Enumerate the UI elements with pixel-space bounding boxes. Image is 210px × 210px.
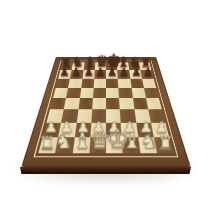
piece-black-pawn-g7[interactable]: ♟ <box>128 70 141 78</box>
white-rook-icon: ♜ <box>156 134 173 152</box>
white-bishop-icon: ♝ <box>72 131 89 152</box>
black-pawn-icon: ♟ <box>106 67 118 78</box>
black-pawn-icon: ♟ <box>70 67 82 78</box>
chess-board: ♜♞♝♛♚♝♞♜♟♟♟♟♟♟♟♟♟♟♟♟♟♟♟♟♜♞♝♛♚♝♞♜ <box>21 57 191 168</box>
board-pieces: ♜♞♝♛♚♝♞♜♟♟♟♟♟♟♟♟♟♟♟♟♟♟♟♟♜♞♝♛♚♝♞♜ <box>38 62 173 153</box>
piece-white-rook-h1[interactable]: ♜ <box>153 137 173 154</box>
black-pawn-icon: ♟ <box>82 67 94 78</box>
piece-white-knight-g1[interactable]: ♞ <box>137 137 156 154</box>
piece-black-pawn-b7[interactable]: ♟ <box>70 70 83 78</box>
chess-set-photo: ♜♞♝♛♚♝♞♜♟♟♟♟♟♟♟♟♟♟♟♟♟♟♟♟♜♞♝♛♚♝♞♜ <box>0 0 210 210</box>
piece-white-bishop-f1[interactable]: ♝ <box>121 137 139 154</box>
piece-black-pawn-h7[interactable]: ♟ <box>140 70 154 78</box>
white-knight-icon: ♞ <box>139 132 156 152</box>
white-bishop-icon: ♝ <box>122 131 139 152</box>
piece-black-pawn-f7[interactable]: ♟ <box>117 70 130 78</box>
piece-white-queen-d1[interactable]: ♛ <box>89 137 106 154</box>
piece-white-king-e1[interactable]: ♚ <box>106 137 123 154</box>
black-pawn-icon: ♟ <box>94 67 106 78</box>
piece-black-pawn-e7[interactable]: ♟ <box>106 70 118 78</box>
white-queen-icon: ♛ <box>89 129 106 153</box>
piece-black-pawn-d7[interactable]: ♟ <box>94 70 106 78</box>
board-side-edge <box>19 167 192 174</box>
piece-white-knight-b1[interactable]: ♞ <box>55 137 74 154</box>
black-pawn-icon: ♟ <box>141 67 153 78</box>
white-king-icon: ♚ <box>106 126 123 152</box>
piece-black-pawn-c7[interactable]: ♟ <box>82 70 95 78</box>
piece-white-bishop-c1[interactable]: ♝ <box>72 137 90 154</box>
black-pawn-icon: ♟ <box>117 67 129 78</box>
white-knight-icon: ♞ <box>55 132 72 152</box>
white-rook-icon: ♜ <box>38 134 55 152</box>
black-pawn-icon: ♟ <box>129 67 141 78</box>
black-pawn-icon: ♟ <box>58 67 70 78</box>
